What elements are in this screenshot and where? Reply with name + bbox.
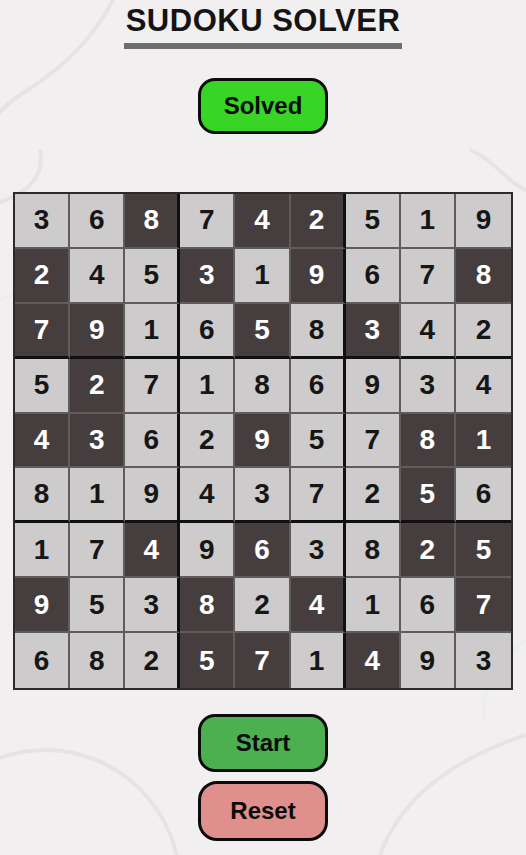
sudoku-cell-r9c4[interactable]: 5	[180, 633, 235, 688]
sudoku-cell-r8c5[interactable]: 2	[235, 578, 290, 633]
sudoku-board: 3687425192453196787916583425271869344362…	[13, 192, 513, 690]
sudoku-cell-r7c5[interactable]: 6	[235, 523, 290, 578]
sudoku-cell-r2c7[interactable]: 6	[346, 249, 401, 304]
sudoku-cell-r9c2[interactable]: 8	[70, 633, 125, 688]
sudoku-cell-r8c2[interactable]: 5	[70, 578, 125, 633]
sudoku-cell-r1c4[interactable]: 7	[180, 194, 235, 249]
sudoku-cell-r2c4[interactable]: 3	[180, 249, 235, 304]
sudoku-cell-r5c4[interactable]: 2	[180, 414, 235, 469]
sudoku-cell-r8c9[interactable]: 7	[456, 578, 511, 633]
sudoku-cell-r8c4[interactable]: 8	[180, 578, 235, 633]
sudoku-cell-r1c7[interactable]: 5	[346, 194, 401, 249]
sudoku-cell-r4c7[interactable]: 9	[346, 359, 401, 414]
sudoku-cell-r5c2[interactable]: 3	[70, 414, 125, 469]
sudoku-cell-r7c7[interactable]: 8	[346, 523, 401, 578]
sudoku-cell-r3c6[interactable]: 8	[291, 304, 346, 359]
sudoku-cell-r9c6[interactable]: 1	[291, 633, 346, 688]
sudoku-cell-r6c1[interactable]: 8	[15, 468, 70, 523]
sudoku-cell-r8c1[interactable]: 9	[15, 578, 70, 633]
sudoku-cell-r7c2[interactable]: 7	[70, 523, 125, 578]
sudoku-cell-r3c3[interactable]: 1	[125, 304, 180, 359]
sudoku-cell-r4c6[interactable]: 6	[291, 359, 346, 414]
sudoku-cell-r1c1[interactable]: 3	[15, 194, 70, 249]
sudoku-cell-r3c5[interactable]: 5	[235, 304, 290, 359]
sudoku-cell-r5c7[interactable]: 7	[346, 414, 401, 469]
sudoku-cell-r6c2[interactable]: 1	[70, 468, 125, 523]
sudoku-cell-r1c2[interactable]: 6	[70, 194, 125, 249]
sudoku-cell-r6c4[interactable]: 4	[180, 468, 235, 523]
sudoku-cell-r4c9[interactable]: 4	[456, 359, 511, 414]
sudoku-cell-r4c2[interactable]: 2	[70, 359, 125, 414]
sudoku-cell-r2c8[interactable]: 7	[401, 249, 456, 304]
sudoku-cell-r4c4[interactable]: 1	[180, 359, 235, 414]
sudoku-cell-r2c6[interactable]: 9	[291, 249, 346, 304]
sudoku-cell-r4c3[interactable]: 7	[125, 359, 180, 414]
sudoku-cell-r6c6[interactable]: 7	[291, 468, 346, 523]
sudoku-cell-r4c8[interactable]: 3	[401, 359, 456, 414]
sudoku-cell-r5c5[interactable]: 9	[235, 414, 290, 469]
sudoku-cell-r4c1[interactable]: 5	[15, 359, 70, 414]
sudoku-cell-r3c4[interactable]: 6	[180, 304, 235, 359]
sudoku-cell-r7c8[interactable]: 2	[401, 523, 456, 578]
sudoku-cell-r1c9[interactable]: 9	[456, 194, 511, 249]
sudoku-cell-r2c5[interactable]: 1	[235, 249, 290, 304]
status-badge-solved: Solved	[198, 78, 328, 134]
sudoku-cell-r9c3[interactable]: 2	[125, 633, 180, 688]
sudoku-cell-r3c7[interactable]: 3	[346, 304, 401, 359]
sudoku-cell-r9c1[interactable]: 6	[15, 633, 70, 688]
sudoku-cell-r3c9[interactable]: 2	[456, 304, 511, 359]
sudoku-cell-r5c9[interactable]: 1	[456, 414, 511, 469]
reset-button[interactable]: Reset	[198, 781, 328, 841]
page-title: SUDOKU SOLVER	[0, 0, 526, 39]
sudoku-cell-r2c1[interactable]: 2	[15, 249, 70, 304]
sudoku-cell-r4c5[interactable]: 8	[235, 359, 290, 414]
sudoku-cell-r3c2[interactable]: 9	[70, 304, 125, 359]
sudoku-cell-r7c6[interactable]: 3	[291, 523, 346, 578]
sudoku-cell-r9c7[interactable]: 4	[346, 633, 401, 688]
sudoku-cell-r7c4[interactable]: 9	[180, 523, 235, 578]
sudoku-cell-r9c5[interactable]: 7	[235, 633, 290, 688]
sudoku-cell-r1c6[interactable]: 2	[291, 194, 346, 249]
sudoku-cell-r2c2[interactable]: 4	[70, 249, 125, 304]
sudoku-cell-r5c1[interactable]: 4	[15, 414, 70, 469]
sudoku-cell-r5c3[interactable]: 6	[125, 414, 180, 469]
sudoku-cell-r7c3[interactable]: 4	[125, 523, 180, 578]
sudoku-cell-r9c8[interactable]: 9	[401, 633, 456, 688]
sudoku-cell-r7c9[interactable]: 5	[456, 523, 511, 578]
sudoku-cell-r8c6[interactable]: 4	[291, 578, 346, 633]
sudoku-cell-r8c8[interactable]: 6	[401, 578, 456, 633]
sudoku-cell-r8c3[interactable]: 3	[125, 578, 180, 633]
sudoku-cell-r1c5[interactable]: 4	[235, 194, 290, 249]
sudoku-cell-r3c8[interactable]: 4	[401, 304, 456, 359]
sudoku-cell-r5c8[interactable]: 8	[401, 414, 456, 469]
sudoku-cell-r3c1[interactable]: 7	[15, 304, 70, 359]
title-underline	[124, 43, 402, 49]
sudoku-cell-r1c8[interactable]: 1	[401, 194, 456, 249]
sudoku-cell-r1c3[interactable]: 8	[125, 194, 180, 249]
sudoku-cell-r6c9[interactable]: 6	[456, 468, 511, 523]
sudoku-cell-r6c5[interactable]: 3	[235, 468, 290, 523]
sudoku-cell-r6c8[interactable]: 5	[401, 468, 456, 523]
sudoku-cell-r7c1[interactable]: 1	[15, 523, 70, 578]
sudoku-cell-r5c6[interactable]: 5	[291, 414, 346, 469]
sudoku-cell-r6c7[interactable]: 2	[346, 468, 401, 523]
sudoku-cell-r2c3[interactable]: 5	[125, 249, 180, 304]
sudoku-cell-r2c9[interactable]: 8	[456, 249, 511, 304]
sudoku-cell-r6c3[interactable]: 9	[125, 468, 180, 523]
sudoku-cell-r8c7[interactable]: 1	[346, 578, 401, 633]
sudoku-cell-r9c9[interactable]: 3	[456, 633, 511, 688]
start-button[interactable]: Start	[198, 714, 328, 772]
